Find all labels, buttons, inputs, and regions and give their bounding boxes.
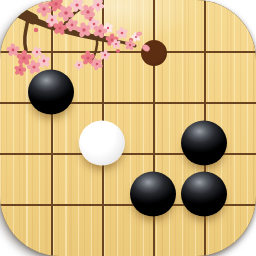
- grid-line-vertical: [153, 0, 155, 256]
- white-stone[interactable]: [79, 121, 125, 166]
- black-stone[interactable]: [181, 172, 227, 217]
- board-marker-knot: [141, 40, 167, 66]
- grid-line-horizontal: [0, 51, 256, 53]
- go-board-app-icon[interactable]: [0, 0, 256, 256]
- screenshot-background: [0, 0, 256, 256]
- black-stone[interactable]: [181, 121, 227, 166]
- grid-line-vertical: [51, 0, 53, 256]
- black-stone[interactable]: [28, 70, 74, 115]
- black-stone[interactable]: [130, 172, 176, 217]
